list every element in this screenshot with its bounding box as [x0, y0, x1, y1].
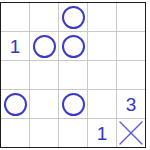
cell-r5c4[interactable]: 1 — [88, 119, 116, 147]
cell-r5c2[interactable] — [30, 119, 58, 147]
cell-r2c3[interactable] — [59, 32, 87, 60]
circle-mark — [62, 6, 85, 29]
circle-mark — [62, 93, 85, 116]
puzzle-board: 131 — [0, 2, 146, 148]
cell-r4c1[interactable] — [1, 90, 29, 118]
cell-r3c4[interactable] — [88, 61, 116, 89]
cell-r1c5[interactable] — [117, 3, 145, 31]
cell-r3c1[interactable] — [1, 61, 29, 89]
cell-r1c4[interactable] — [88, 3, 116, 31]
clue-number: 3 — [126, 95, 137, 114]
puzzle-stage: 131 — [0, 0, 150, 150]
x-mark-icon — [118, 120, 144, 146]
cell-r1c1[interactable] — [1, 3, 29, 31]
cell-r2c2[interactable] — [30, 32, 58, 60]
cell-r4c4[interactable] — [88, 90, 116, 118]
cell-r5c3[interactable] — [59, 119, 87, 147]
cell-r1c3[interactable] — [59, 3, 87, 31]
clue-number: 1 — [97, 124, 108, 143]
cell-r4c3[interactable] — [59, 90, 87, 118]
cell-r3c5[interactable] — [117, 61, 145, 89]
cell-r3c2[interactable] — [30, 61, 58, 89]
cell-r4c2[interactable] — [30, 90, 58, 118]
cell-r2c1[interactable]: 1 — [1, 32, 29, 60]
cell-r5c1[interactable] — [1, 119, 29, 147]
circle-mark — [62, 35, 85, 58]
cell-r2c5[interactable] — [117, 32, 145, 60]
circle-mark — [33, 35, 56, 58]
cell-r3c3[interactable] — [59, 61, 87, 89]
clue-number: 1 — [10, 37, 21, 56]
cell-r1c2[interactable] — [30, 3, 58, 31]
cell-r2c4[interactable] — [88, 32, 116, 60]
cell-r5c5[interactable] — [117, 119, 145, 147]
cell-r4c5[interactable]: 3 — [117, 90, 145, 118]
circle-mark — [4, 93, 27, 116]
